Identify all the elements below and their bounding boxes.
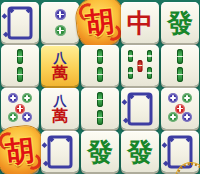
tile-r1c2-2p[interactable] [41, 2, 79, 43]
dot-pip [55, 25, 66, 36]
tile-r4c3-F[interactable]: 發 [81, 131, 119, 172]
bamboo-pip [128, 67, 133, 79]
eight-characters-group: 八萬 [41, 88, 79, 129]
bamboo-pip [17, 67, 23, 82]
bamboo-pip [97, 67, 103, 82]
tile-r1c5-F[interactable]: 發 [161, 2, 199, 43]
bamboo-pip [138, 60, 143, 72]
dot-pip [8, 112, 18, 122]
tile-r3c1-5p[interactable] [1, 88, 39, 129]
bamboo-pip [17, 49, 23, 64]
tile-r1c4-C[interactable]: 中 [121, 2, 159, 43]
two-dots-group [41, 2, 79, 43]
hu-win-badge: 胡 [75, 0, 126, 48]
tile-r3c4-P[interactable] [121, 88, 159, 129]
tile-r4c4-F[interactable]: 發 [121, 131, 159, 172]
dot-pip [55, 9, 66, 20]
dot-pip [182, 112, 192, 122]
game-stage: 胡中發八萬八萬胡發發 [0, 0, 200, 174]
tile-r2c2-8m[interactable]: 八萬 [41, 45, 79, 86]
tile-r2c4-5s[interactable] [121, 45, 159, 86]
tile-r2c3-2s[interactable] [81, 45, 119, 86]
eight-characters-group: 八萬 [41, 45, 79, 86]
bamboo-pip [128, 50, 133, 62]
two-bamboo-group [81, 45, 119, 86]
tile-r2c5-2s[interactable] [161, 45, 199, 86]
tile-r4c2-P[interactable] [41, 131, 79, 172]
tile-r3c2-8m[interactable]: 八萬 [41, 88, 79, 129]
character-wan: 萬 [52, 108, 68, 124]
dot-pip [168, 112, 178, 122]
bamboo-pip [177, 67, 183, 82]
dot-pip [168, 93, 178, 103]
bamboo-pip [97, 49, 103, 64]
bamboo-pip [97, 110, 103, 125]
two-bamboo-group [1, 45, 39, 86]
dot-pip [22, 93, 32, 103]
tile-r3c5-5p[interactable] [161, 88, 199, 129]
white-dragon-frame [8, 6, 33, 39]
tile-r1c1-P[interactable] [1, 2, 39, 43]
tile-r4c1-HU[interactable]: 胡 [1, 131, 39, 172]
game-board: 胡中發八萬八萬胡發發 [1, 2, 199, 172]
character-fa: 發 [81, 131, 119, 172]
dot-pip [22, 112, 32, 122]
bamboo-pip [177, 49, 183, 64]
bamboo-pip [147, 50, 152, 62]
two-bamboo-group [161, 45, 199, 86]
tile-r3c3-2s[interactable] [81, 88, 119, 129]
white-dragon-frame [128, 92, 153, 125]
hu-win-badge: 胡 [0, 125, 45, 174]
character-fa: 發 [121, 131, 159, 172]
dot-pip [8, 93, 18, 103]
two-bamboo-group [81, 88, 119, 129]
bamboo-pip [147, 67, 152, 79]
character-hu: 胡 [4, 135, 36, 167]
character-fa: 發 [161, 2, 199, 43]
dot-pip [182, 93, 192, 103]
character-ba: 八 [54, 51, 67, 64]
character-wan: 萬 [52, 65, 68, 81]
character-ba: 八 [54, 94, 67, 107]
bamboo-pip [97, 92, 103, 107]
tile-r2c1-2s[interactable] [1, 45, 39, 86]
tile-r1c3-HU[interactable]: 胡 [81, 2, 119, 43]
character-zhong: 中 [121, 2, 159, 43]
white-dragon-frame [48, 135, 73, 168]
character-hu: 胡 [84, 6, 116, 38]
